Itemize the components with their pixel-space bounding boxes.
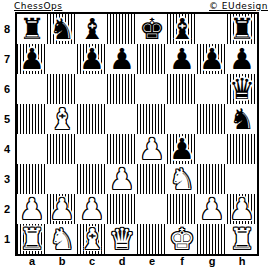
black-bishop[interactable]: ♝ — [79, 14, 105, 44]
square-b1[interactable]: ♞ — [47, 224, 77, 254]
square-f7[interactable]: ♟ — [167, 44, 197, 74]
square-e4[interactable]: ♟ — [137, 134, 167, 164]
square-d8[interactable] — [107, 14, 137, 44]
square-e5[interactable] — [137, 104, 167, 134]
rank-label-1: 1 — [0, 224, 14, 254]
square-f1[interactable]: ♚ — [167, 224, 197, 254]
square-a2[interactable]: ♟ — [17, 194, 47, 224]
white-pawn[interactable]: ♟ — [19, 194, 45, 224]
file-label-a: a — [17, 255, 47, 268]
square-c6[interactable] — [77, 74, 107, 104]
white-pawn[interactable]: ♟ — [79, 194, 105, 224]
square-f4[interactable]: ♟ — [167, 134, 197, 164]
square-g4[interactable] — [197, 134, 227, 164]
square-g6[interactable] — [197, 74, 227, 104]
rank-label-4: 4 — [0, 134, 14, 164]
square-e6[interactable] — [137, 74, 167, 104]
square-c5[interactable] — [77, 104, 107, 134]
black-bishop[interactable]: ♝ — [169, 14, 195, 44]
rank-label-5: 5 — [0, 104, 14, 134]
white-king[interactable]: ♚ — [169, 224, 195, 254]
square-a4[interactable] — [17, 134, 47, 164]
rank-label-6: 6 — [0, 74, 14, 104]
white-pawn[interactable]: ♟ — [199, 194, 225, 224]
square-a7[interactable]: ♟ — [17, 44, 47, 74]
black-pawn[interactable]: ♟ — [109, 44, 135, 74]
square-d2[interactable] — [107, 194, 137, 224]
rank-label-3: 3 — [0, 164, 14, 194]
white-bishop[interactable]: ♝ — [49, 104, 75, 134]
square-b5[interactable]: ♝ — [47, 104, 77, 134]
white-rook[interactable]: ♜ — [229, 224, 255, 254]
white-knight[interactable]: ♞ — [49, 224, 75, 254]
white-pawn[interactable]: ♟ — [229, 194, 255, 224]
file-label-g: g — [197, 255, 227, 268]
file-label-e: e — [137, 255, 167, 268]
file-label-h: h — [227, 255, 257, 268]
chess-board: ♜♞♝♚♝♜♟♟♟♟♟♟♛♝♞♟♟♟♞♟♟♟♟♟♜♞♝♛♚♜ — [15, 12, 259, 256]
square-h8[interactable]: ♜ — [227, 14, 257, 44]
square-h4[interactable] — [227, 134, 257, 164]
app-title[interactable]: ChessOps — [14, 1, 62, 11]
square-g2[interactable]: ♟ — [197, 194, 227, 224]
file-label-f: f — [167, 255, 197, 268]
black-pawn[interactable]: ♟ — [79, 44, 105, 74]
square-h1[interactable]: ♜ — [227, 224, 257, 254]
white-pawn[interactable]: ♟ — [139, 134, 165, 164]
white-rook[interactable]: ♜ — [19, 224, 45, 254]
square-h6[interactable]: ♛ — [227, 74, 257, 104]
square-a5[interactable] — [17, 104, 47, 134]
black-rook[interactable]: ♜ — [19, 14, 45, 44]
black-knight[interactable]: ♞ — [49, 14, 75, 44]
file-label-c: c — [77, 255, 107, 268]
square-h5[interactable]: ♞ — [227, 104, 257, 134]
credit-link[interactable]: © EUdesign — [209, 1, 268, 11]
square-h7[interactable]: ♟ — [227, 44, 257, 74]
file-label-b: b — [47, 255, 77, 268]
square-b7[interactable] — [47, 44, 77, 74]
rank-label-2: 2 — [0, 194, 14, 224]
square-b6[interactable] — [47, 74, 77, 104]
square-c7[interactable]: ♟ — [77, 44, 107, 74]
square-e8[interactable]: ♚ — [137, 14, 167, 44]
square-f6[interactable] — [167, 74, 197, 104]
black-king[interactable]: ♚ — [139, 14, 165, 44]
black-rook[interactable]: ♜ — [229, 14, 255, 44]
black-pawn[interactable]: ♟ — [169, 134, 195, 164]
square-a8[interactable]: ♜ — [17, 14, 47, 44]
square-b4[interactable] — [47, 134, 77, 164]
white-knight[interactable]: ♞ — [169, 164, 195, 194]
square-d4[interactable] — [107, 134, 137, 164]
square-b2[interactable]: ♟ — [47, 194, 77, 224]
black-pawn[interactable]: ♟ — [169, 44, 195, 74]
square-h3[interactable] — [227, 164, 257, 194]
square-d7[interactable]: ♟ — [107, 44, 137, 74]
chessops-window: ChessOps © EUdesign 87654321 ♜♞♝♚♝♜♟♟♟♟♟… — [0, 0, 270, 270]
square-c3[interactable] — [77, 164, 107, 194]
square-f3[interactable]: ♞ — [167, 164, 197, 194]
square-e3[interactable] — [137, 164, 167, 194]
rank-labels: 87654321 — [0, 14, 14, 254]
square-c1[interactable]: ♝ — [77, 224, 107, 254]
white-queen[interactable]: ♛ — [109, 224, 135, 254]
square-e2[interactable] — [137, 194, 167, 224]
square-d1[interactable]: ♛ — [107, 224, 137, 254]
square-a1[interactable]: ♜ — [17, 224, 47, 254]
square-c4[interactable] — [77, 134, 107, 164]
white-pawn[interactable]: ♟ — [49, 194, 75, 224]
square-a6[interactable] — [17, 74, 47, 104]
square-a3[interactable] — [17, 164, 47, 194]
black-knight[interactable]: ♞ — [229, 104, 255, 134]
square-e1[interactable] — [137, 224, 167, 254]
square-g1[interactable] — [197, 224, 227, 254]
square-d3[interactable]: ♟ — [107, 164, 137, 194]
square-h2[interactable]: ♟ — [227, 194, 257, 224]
square-e7[interactable] — [137, 44, 167, 74]
rank-label-8: 8 — [0, 14, 14, 44]
file-label-d: d — [107, 255, 137, 268]
black-pawn[interactable]: ♟ — [199, 44, 225, 74]
square-g5[interactable] — [197, 104, 227, 134]
black-queen[interactable]: ♛ — [229, 74, 255, 104]
square-c8[interactable]: ♝ — [77, 14, 107, 44]
black-pawn[interactable]: ♟ — [19, 44, 45, 74]
white-pawn[interactable]: ♟ — [109, 164, 135, 194]
square-f2[interactable] — [167, 194, 197, 224]
square-c2[interactable]: ♟ — [77, 194, 107, 224]
square-f5[interactable] — [167, 104, 197, 134]
square-g3[interactable] — [197, 164, 227, 194]
square-b8[interactable]: ♞ — [47, 14, 77, 44]
square-g8[interactable] — [197, 14, 227, 44]
square-b3[interactable] — [47, 164, 77, 194]
rank-label-7: 7 — [0, 44, 14, 74]
white-bishop[interactable]: ♝ — [79, 224, 105, 254]
square-d5[interactable] — [107, 104, 137, 134]
black-pawn[interactable]: ♟ — [229, 44, 255, 74]
square-f8[interactable]: ♝ — [167, 14, 197, 44]
square-g7[interactable]: ♟ — [197, 44, 227, 74]
square-d6[interactable] — [107, 74, 137, 104]
file-labels: abcdefgh — [17, 255, 257, 268]
